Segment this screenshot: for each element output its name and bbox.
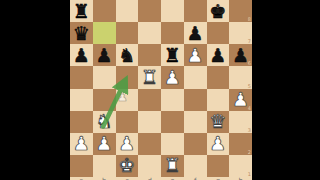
file-coordinate: c <box>116 177 139 180</box>
square-g2[interactable]: ♟ <box>207 133 230 155</box>
piece-white-rook[interactable]: ♜ <box>141 68 158 87</box>
square-b5[interactable] <box>93 66 116 88</box>
square-b3[interactable]: ♞ <box>93 111 116 133</box>
square-h7[interactable]: 7 <box>229 22 252 44</box>
square-h1[interactable]: 1 <box>229 155 252 177</box>
square-h5[interactable]: 5 <box>229 66 252 88</box>
square-b2[interactable]: ♟ <box>93 133 116 155</box>
square-g4[interactable] <box>207 89 230 111</box>
square-a7[interactable]: ♛ <box>70 22 93 44</box>
square-d1[interactable] <box>138 155 161 177</box>
square-f1[interactable] <box>184 155 207 177</box>
square-c2[interactable]: ♟ <box>116 133 139 155</box>
square-g8[interactable]: ♚ <box>207 0 230 22</box>
square-a4[interactable] <box>70 89 93 111</box>
piece-black-pawn[interactable]: ♟ <box>232 46 249 65</box>
file-coordinate: g <box>207 177 230 180</box>
piece-black-king[interactable]: ♚ <box>209 2 226 21</box>
square-e1[interactable]: ♜ <box>161 155 184 177</box>
square-d4[interactable] <box>138 89 161 111</box>
chess-board: ♜♚8♛♟7♟♟♞♜♟♟♟6♜♟5♟4♞♛3♟♟♟♟2♚♜1 <box>70 0 252 177</box>
square-d2[interactable] <box>138 133 161 155</box>
square-e4[interactable] <box>161 89 184 111</box>
square-g7[interactable] <box>207 22 230 44</box>
square-c4[interactable] <box>116 89 139 111</box>
piece-white-pawn[interactable]: ♟ <box>232 90 249 109</box>
square-c6[interactable]: ♞ <box>116 44 139 66</box>
square-a3[interactable] <box>70 111 93 133</box>
square-e5[interactable]: ♟ <box>161 66 184 88</box>
square-e6[interactable]: ♜ <box>161 44 184 66</box>
file-coordinates-strip: abcdefgh <box>70 177 252 180</box>
file-coordinate: a <box>70 177 93 180</box>
square-a1[interactable] <box>70 155 93 177</box>
piece-white-pawn[interactable]: ♟ <box>187 46 204 65</box>
square-b7[interactable] <box>93 22 116 44</box>
square-f2[interactable] <box>184 133 207 155</box>
square-e2[interactable] <box>161 133 184 155</box>
square-h2[interactable]: 2 <box>229 133 252 155</box>
piece-white-pawn[interactable]: ♟ <box>164 68 181 87</box>
square-a2[interactable]: ♟ <box>70 133 93 155</box>
piece-white-pawn[interactable]: ♟ <box>96 134 113 153</box>
square-h8[interactable]: 8 <box>229 0 252 22</box>
piece-white-pawn[interactable]: ♟ <box>209 134 226 153</box>
square-f6[interactable]: ♟ <box>184 44 207 66</box>
piece-black-rook[interactable]: ♜ <box>164 46 181 65</box>
piece-black-pawn[interactable]: ♟ <box>187 24 204 43</box>
square-e3[interactable] <box>161 111 184 133</box>
square-e7[interactable] <box>161 22 184 44</box>
square-g3[interactable]: ♛ <box>207 111 230 133</box>
piece-white-queen[interactable]: ♛ <box>209 112 226 131</box>
square-f5[interactable] <box>184 66 207 88</box>
piece-white-rook[interactable]: ♜ <box>164 156 181 175</box>
square-c3[interactable] <box>116 111 139 133</box>
left-pillarbox-bar <box>0 0 70 180</box>
square-g1[interactable] <box>207 155 230 177</box>
file-coordinate: d <box>138 177 161 180</box>
square-d5[interactable]: ♜ <box>138 66 161 88</box>
square-f7[interactable]: ♟ <box>184 22 207 44</box>
file-coordinate: b <box>93 177 116 180</box>
square-c7[interactable] <box>116 22 139 44</box>
square-b6[interactable]: ♟ <box>93 44 116 66</box>
file-coordinate: f <box>184 177 207 180</box>
square-h4[interactable]: ♟4 <box>229 89 252 111</box>
square-f4[interactable] <box>184 89 207 111</box>
square-c1[interactable]: ♚ <box>116 155 139 177</box>
square-c8[interactable] <box>116 0 139 22</box>
square-g5[interactable] <box>207 66 230 88</box>
piece-white-pawn[interactable]: ♟ <box>118 134 135 153</box>
square-a5[interactable] <box>70 66 93 88</box>
square-d3[interactable] <box>138 111 161 133</box>
square-d8[interactable] <box>138 0 161 22</box>
square-f8[interactable] <box>184 0 207 22</box>
piece-white-pawn[interactable]: ♟ <box>73 134 90 153</box>
piece-black-pawn[interactable]: ♟ <box>209 46 226 65</box>
right-pillarbox-bar <box>252 0 320 180</box>
piece-black-queen[interactable]: ♛ <box>73 24 90 43</box>
file-coordinate: h <box>229 177 252 180</box>
piece-white-knight[interactable]: ♞ <box>96 112 113 131</box>
square-h6[interactable]: ♟6 <box>229 44 252 66</box>
square-b8[interactable] <box>93 0 116 22</box>
piece-black-pawn[interactable]: ♟ <box>73 46 90 65</box>
video-frame: ♜♚8♛♟7♟♟♞♜♟♟♟6♜♟5♟4♞♛3♟♟♟♟2♚♜1 ♟ abcdefg… <box>0 0 320 180</box>
piece-black-rook[interactable]: ♜ <box>73 2 90 21</box>
square-h3[interactable]: 3 <box>229 111 252 133</box>
piece-black-knight[interactable]: ♞ <box>118 46 135 65</box>
piece-white-king[interactable]: ♚ <box>118 156 135 175</box>
square-e8[interactable] <box>161 0 184 22</box>
square-d6[interactable] <box>138 44 161 66</box>
square-a6[interactable]: ♟ <box>70 44 93 66</box>
square-f3[interactable] <box>184 111 207 133</box>
file-coordinate: e <box>161 177 184 180</box>
square-d7[interactable] <box>138 22 161 44</box>
square-b4[interactable] <box>93 89 116 111</box>
square-g6[interactable]: ♟ <box>207 44 230 66</box>
piece-black-pawn[interactable]: ♟ <box>96 46 113 65</box>
square-a8[interactable]: ♜ <box>70 0 93 22</box>
square-b1[interactable] <box>93 155 116 177</box>
square-c5[interactable] <box>116 66 139 88</box>
